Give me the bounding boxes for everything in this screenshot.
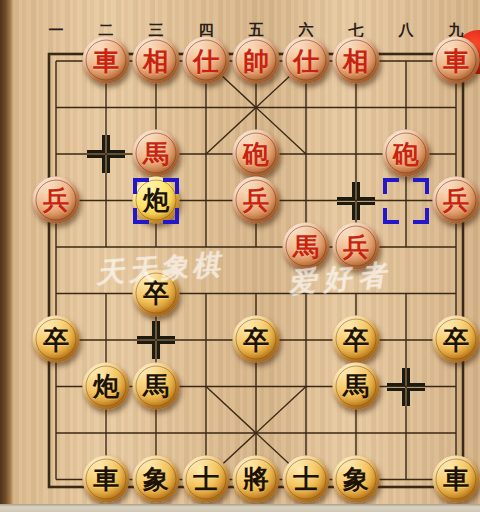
column-label-1: 一 [49,21,64,40]
board-left-edge [0,0,14,512]
black-soldier[interactable]: 卒 [133,269,180,316]
red-chariot[interactable]: 車 [433,37,480,84]
move-to-marker [133,178,179,224]
black-advisor[interactable]: 士 [283,455,330,502]
red-soldier[interactable]: 兵 [433,176,480,223]
black-general[interactable]: 將 [233,455,280,502]
red-soldier[interactable]: 兵 [333,223,380,270]
black-horse[interactable]: 馬 [333,362,380,409]
red-general[interactable]: 帥 [233,37,280,84]
black-horse[interactable]: 馬 [133,362,180,409]
red-cannon[interactable]: 砲 [383,130,430,177]
xiangqi-board-screen: 天天象棋 爱好者 一二三四五六七八九車相仕帥仕相車馬砲砲兵炮兵兵馬兵卒卒卒卒卒炮… [0,0,480,512]
black-chariot[interactable]: 車 [433,455,480,502]
black-soldier[interactable]: 卒 [33,316,80,363]
black-soldier[interactable]: 卒 [433,316,480,363]
column-label-8: 八 [399,21,414,40]
red-advisor[interactable]: 仕 [283,37,330,84]
board-bottom-edge [0,504,480,512]
black-chariot[interactable]: 車 [83,455,130,502]
red-elephant[interactable]: 相 [333,37,380,84]
black-elephant[interactable]: 象 [133,455,180,502]
red-soldier[interactable]: 兵 [233,176,280,223]
red-horse[interactable]: 馬 [133,130,180,177]
red-elephant[interactable]: 相 [133,37,180,84]
point-marker-icon [137,321,175,359]
black-elephant[interactable]: 象 [333,455,380,502]
red-cannon[interactable]: 砲 [233,130,280,177]
point-marker-icon [87,135,125,173]
move-from-marker [383,178,429,224]
red-advisor[interactable]: 仕 [183,37,230,84]
red-horse[interactable]: 馬 [283,223,330,270]
point-marker-icon [337,182,375,220]
black-soldier[interactable]: 卒 [333,316,380,363]
black-soldier[interactable]: 卒 [233,316,280,363]
black-advisor[interactable]: 士 [183,455,230,502]
black-cannon[interactable]: 炮 [83,362,130,409]
red-soldier[interactable]: 兵 [33,176,80,223]
point-marker-icon [387,368,425,406]
red-chariot[interactable]: 車 [83,37,130,84]
